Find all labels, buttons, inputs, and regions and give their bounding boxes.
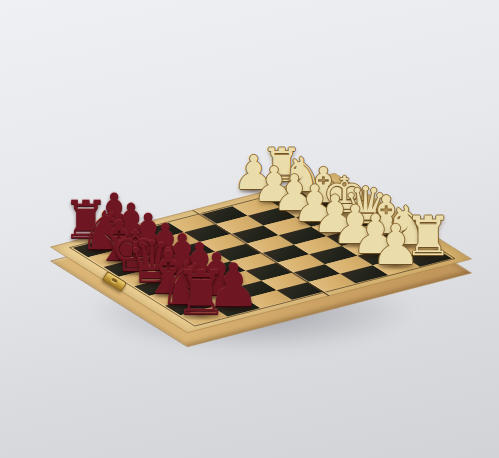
clasp-pin xyxy=(111,278,118,284)
white-rook: ♜ xyxy=(261,142,302,188)
chess-set-photo-scene: ♜♞♝♛♚♝♞♜♟♟♟♟♟♟♟♟♟♟♟♟♟♟♟♟♜♞♝♛♚♝♞♜ xyxy=(0,0,499,458)
